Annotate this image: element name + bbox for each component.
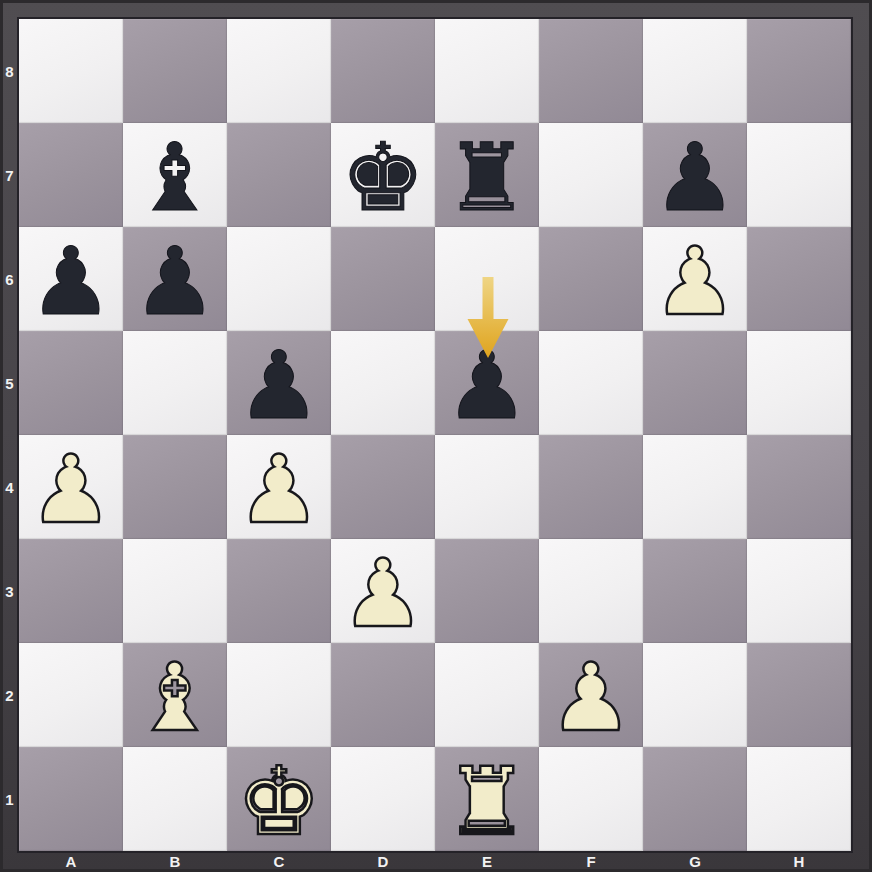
file-label-g: G bbox=[643, 851, 747, 872]
square-h7[interactable] bbox=[747, 123, 851, 227]
square-c2[interactable] bbox=[227, 643, 331, 747]
square-c6[interactable] bbox=[227, 227, 331, 331]
square-b8[interactable] bbox=[123, 19, 227, 123]
square-a8[interactable] bbox=[19, 19, 123, 123]
square-c8[interactable] bbox=[227, 19, 331, 123]
square-h3[interactable] bbox=[747, 539, 851, 643]
file-label-h: H bbox=[747, 851, 851, 872]
square-e6[interactable] bbox=[435, 227, 539, 331]
square-g2[interactable] bbox=[643, 643, 747, 747]
file-label-b: B bbox=[123, 851, 227, 872]
file-label-f: F bbox=[539, 851, 643, 872]
board-frame: ♝♚♜♟♟♟♟♟♟♟♟♟♝♟♚♜ 87654321 ABCDEFGH bbox=[0, 0, 872, 872]
white-pawn[interactable]: ♟ bbox=[19, 438, 123, 542]
black-pawn[interactable]: ♟ bbox=[19, 230, 123, 334]
white-pawn[interactable]: ♟ bbox=[539, 646, 643, 750]
square-d3[interactable]: ♟ bbox=[331, 539, 435, 643]
rank-label-7: 7 bbox=[0, 123, 19, 227]
square-d5[interactable] bbox=[331, 331, 435, 435]
white-bishop[interactable]: ♝ bbox=[123, 646, 227, 750]
square-a4[interactable]: ♟ bbox=[19, 435, 123, 539]
square-g4[interactable] bbox=[643, 435, 747, 539]
file-label-e: E bbox=[435, 851, 539, 872]
square-c1[interactable]: ♚ bbox=[227, 747, 331, 851]
square-b2[interactable]: ♝ bbox=[123, 643, 227, 747]
rank-label-4: 4 bbox=[0, 435, 19, 539]
black-pawn[interactable]: ♟ bbox=[435, 334, 539, 438]
square-c5[interactable]: ♟ bbox=[227, 331, 331, 435]
square-f8[interactable] bbox=[539, 19, 643, 123]
white-king[interactable]: ♚ bbox=[227, 750, 331, 854]
file-label-d: D bbox=[331, 851, 435, 872]
square-h5[interactable] bbox=[747, 331, 851, 435]
square-b5[interactable] bbox=[123, 331, 227, 435]
square-h8[interactable] bbox=[747, 19, 851, 123]
file-label-a: A bbox=[19, 851, 123, 872]
square-e8[interactable] bbox=[435, 19, 539, 123]
square-b7[interactable]: ♝ bbox=[123, 123, 227, 227]
square-d7[interactable]: ♚ bbox=[331, 123, 435, 227]
square-a1[interactable] bbox=[19, 747, 123, 851]
rank-label-1: 1 bbox=[0, 747, 19, 851]
square-d6[interactable] bbox=[331, 227, 435, 331]
square-c3[interactable] bbox=[227, 539, 331, 643]
square-e3[interactable] bbox=[435, 539, 539, 643]
square-f4[interactable] bbox=[539, 435, 643, 539]
rank-label-6: 6 bbox=[0, 227, 19, 331]
square-f2[interactable]: ♟ bbox=[539, 643, 643, 747]
black-bishop[interactable]: ♝ bbox=[123, 126, 227, 230]
square-h6[interactable] bbox=[747, 227, 851, 331]
square-d1[interactable] bbox=[331, 747, 435, 851]
rank-labels: 87654321 bbox=[0, 19, 19, 851]
square-d2[interactable] bbox=[331, 643, 435, 747]
square-h1[interactable] bbox=[747, 747, 851, 851]
square-e4[interactable] bbox=[435, 435, 539, 539]
black-pawn[interactable]: ♟ bbox=[643, 126, 747, 230]
square-f3[interactable] bbox=[539, 539, 643, 643]
square-e2[interactable] bbox=[435, 643, 539, 747]
rank-label-3: 3 bbox=[0, 539, 19, 643]
square-d4[interactable] bbox=[331, 435, 435, 539]
square-b6[interactable]: ♟ bbox=[123, 227, 227, 331]
square-d8[interactable] bbox=[331, 19, 435, 123]
square-b4[interactable] bbox=[123, 435, 227, 539]
square-f6[interactable] bbox=[539, 227, 643, 331]
square-g5[interactable] bbox=[643, 331, 747, 435]
black-king[interactable]: ♚ bbox=[331, 126, 435, 230]
black-pawn[interactable]: ♟ bbox=[123, 230, 227, 334]
square-e7[interactable]: ♜ bbox=[435, 123, 539, 227]
black-pawn[interactable]: ♟ bbox=[227, 334, 331, 438]
rank-label-5: 5 bbox=[0, 331, 19, 435]
square-h4[interactable] bbox=[747, 435, 851, 539]
square-g8[interactable] bbox=[643, 19, 747, 123]
square-a7[interactable] bbox=[19, 123, 123, 227]
square-g1[interactable] bbox=[643, 747, 747, 851]
square-g3[interactable] bbox=[643, 539, 747, 643]
black-rook[interactable]: ♜ bbox=[435, 126, 539, 230]
rank-label-2: 2 bbox=[0, 643, 19, 747]
square-f1[interactable] bbox=[539, 747, 643, 851]
file-labels: ABCDEFGH bbox=[19, 851, 851, 872]
square-a5[interactable] bbox=[19, 331, 123, 435]
square-h2[interactable] bbox=[747, 643, 851, 747]
white-rook[interactable]: ♜ bbox=[435, 750, 539, 854]
square-g6[interactable]: ♟ bbox=[643, 227, 747, 331]
square-g7[interactable]: ♟ bbox=[643, 123, 747, 227]
chess-board: ♝♚♜♟♟♟♟♟♟♟♟♟♝♟♚♜ bbox=[19, 19, 851, 851]
rank-label-8: 8 bbox=[0, 19, 19, 123]
square-b3[interactable] bbox=[123, 539, 227, 643]
square-e5[interactable]: ♟ bbox=[435, 331, 539, 435]
white-pawn[interactable]: ♟ bbox=[643, 230, 747, 334]
square-c4[interactable]: ♟ bbox=[227, 435, 331, 539]
white-pawn[interactable]: ♟ bbox=[331, 542, 435, 646]
square-f5[interactable] bbox=[539, 331, 643, 435]
square-a3[interactable] bbox=[19, 539, 123, 643]
file-label-c: C bbox=[227, 851, 331, 872]
white-pawn[interactable]: ♟ bbox=[227, 438, 331, 542]
square-f7[interactable] bbox=[539, 123, 643, 227]
square-b1[interactable] bbox=[123, 747, 227, 851]
square-a6[interactable]: ♟ bbox=[19, 227, 123, 331]
square-a2[interactable] bbox=[19, 643, 123, 747]
square-e1[interactable]: ♜ bbox=[435, 747, 539, 851]
square-c7[interactable] bbox=[227, 123, 331, 227]
